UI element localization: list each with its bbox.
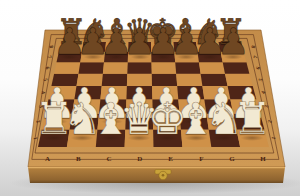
square-f3 [178, 99, 206, 114]
square-b8 [82, 42, 106, 52]
square-e4 [152, 86, 178, 99]
square-d6 [127, 62, 152, 73]
square-d4 [126, 86, 152, 99]
file-label-g: G [229, 155, 235, 163]
square-h1 [237, 130, 270, 147]
square-e8 [151, 42, 174, 52]
square-f2 [180, 114, 209, 130]
square-f5 [176, 74, 202, 86]
square-b7 [80, 52, 105, 63]
square-b4 [74, 86, 101, 99]
square-h8 [219, 42, 244, 52]
square-b1 [67, 130, 98, 147]
square-c2 [97, 114, 126, 130]
square-c7 [104, 52, 128, 63]
square-f6 [175, 62, 200, 73]
square-d3 [126, 99, 153, 114]
square-f4 [177, 86, 204, 99]
square-g4 [202, 86, 230, 99]
square-h4 [228, 86, 257, 99]
square-e5 [152, 74, 177, 86]
square-a3 [45, 99, 74, 114]
square-a5 [51, 74, 78, 86]
square-h7 [221, 52, 247, 63]
square-e3 [152, 99, 179, 114]
square-a8 [59, 42, 84, 52]
square-h2 [233, 114, 264, 130]
file-label-a: A [45, 155, 50, 163]
square-h6 [223, 62, 250, 73]
square-h3 [230, 99, 260, 114]
square-a4 [49, 86, 77, 99]
square-b3 [72, 99, 100, 114]
square-a6 [54, 62, 80, 73]
square-d1 [125, 130, 154, 147]
chess-set-photo: ABCDEFGH1122334455667788 ♜♞♝♛♚♝♞♜♟♟♟♟♟♟♟… [0, 0, 300, 196]
square-h5 [225, 74, 253, 86]
square-a7 [57, 52, 82, 63]
square-e7 [151, 52, 175, 63]
file-label-f: F [199, 155, 203, 163]
square-d5 [127, 74, 152, 86]
square-c5 [102, 74, 128, 86]
square-c3 [99, 99, 126, 114]
square-d7 [128, 52, 152, 63]
square-g1 [209, 130, 240, 147]
file-label-h: H [260, 155, 266, 163]
square-g2 [206, 114, 236, 130]
square-d2 [125, 114, 153, 130]
square-f7 [174, 52, 199, 63]
square-c6 [103, 62, 128, 73]
square-b2 [70, 114, 99, 130]
chess-board: ABCDEFGH1122334455667788 [0, 0, 300, 196]
square-g7 [197, 52, 222, 63]
square-c1 [96, 130, 126, 147]
square-b6 [79, 62, 105, 73]
square-a1 [38, 130, 70, 147]
file-label-d: D [137, 155, 142, 163]
square-a2 [42, 114, 72, 130]
square-e2 [153, 114, 181, 130]
square-f1 [181, 130, 211, 147]
file-label-c: C [107, 155, 112, 163]
square-e1 [153, 130, 182, 147]
square-b5 [77, 74, 103, 86]
square-g3 [204, 99, 233, 114]
square-d8 [128, 42, 151, 52]
square-g8 [196, 42, 221, 52]
square-f8 [174, 42, 198, 52]
square-g6 [199, 62, 225, 73]
file-label-e: E [168, 155, 173, 163]
square-e6 [152, 62, 177, 73]
square-c4 [100, 86, 127, 99]
square-g5 [201, 74, 228, 86]
file-label-b: B [76, 155, 81, 163]
square-c8 [105, 42, 129, 52]
